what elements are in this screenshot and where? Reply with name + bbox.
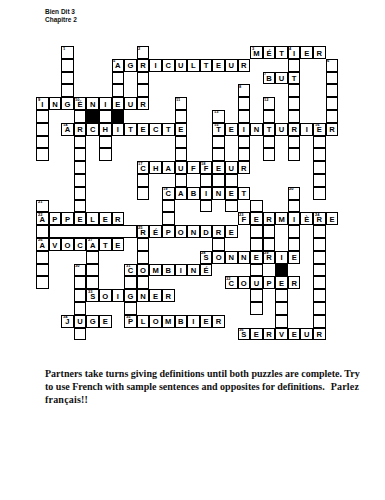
cell-letter: E [229, 126, 234, 134]
empty-cell[interactable] [288, 225, 301, 238]
letter-cell[interactable]: 31C [124, 264, 137, 277]
letter-cell[interactable]: 29R [263, 251, 276, 264]
empty-cell[interactable] [175, 174, 188, 187]
empty-cell[interactable] [212, 148, 225, 161]
cell-letter: N [191, 229, 196, 237]
cell-letter: R [77, 126, 82, 134]
empty-cell[interactable]: 11 [175, 97, 188, 110]
empty-cell[interactable] [61, 59, 74, 72]
empty-cell[interactable]: 6 [326, 59, 339, 72]
empty-cell[interactable]: 20 [288, 187, 301, 200]
empty-cell[interactable] [313, 187, 326, 200]
cell-letter: É [266, 50, 271, 58]
empty-cell[interactable] [288, 136, 301, 149]
letter-cell[interactable]: E [212, 161, 225, 174]
letter-cell[interactable]: L [137, 315, 150, 328]
cell-letter: R [266, 216, 271, 224]
empty-cell[interactable] [74, 200, 87, 213]
letter-cell[interactable]: N [187, 225, 200, 238]
empty-cell[interactable] [313, 315, 326, 328]
empty-cell[interactable] [74, 302, 87, 315]
letter-cell[interactable]: 28S [200, 251, 213, 264]
letter-cell[interactable]: E [326, 212, 339, 225]
letter-cell[interactable]: C [74, 238, 87, 251]
letter-cell[interactable]: I [187, 315, 200, 328]
empty-cell[interactable] [263, 148, 276, 161]
empty-cell[interactable] [137, 187, 150, 200]
empty-cell[interactable] [86, 264, 99, 277]
letter-cell[interactable]: 17C [137, 161, 150, 174]
cell-letter: A [165, 165, 170, 173]
letter-cell[interactable]: E [250, 328, 263, 341]
empty-cell[interactable] [36, 251, 49, 264]
letter-cell[interactable]: C [162, 59, 175, 72]
cell-letter: M [165, 318, 171, 326]
letter-cell[interactable]: É [263, 46, 276, 59]
empty-cell[interactable] [263, 136, 276, 149]
letter-cell[interactable]: R [263, 212, 276, 225]
empty-cell[interactable] [61, 72, 74, 85]
clue-number: 21 [38, 200, 42, 204]
empty-cell[interactable] [313, 289, 326, 302]
empty-cell[interactable] [74, 187, 87, 200]
letter-cell[interactable]: R [263, 328, 276, 341]
cell-letter: B [266, 75, 271, 83]
empty-cell[interactable] [175, 110, 188, 123]
empty-cell[interactable] [250, 225, 263, 238]
letter-cell[interactable]: O [137, 264, 150, 277]
empty-cell[interactable] [288, 238, 301, 251]
letter-cell[interactable]: 35P [124, 315, 137, 328]
letter-cell[interactable]: C [149, 123, 162, 136]
clue-number: 10 [75, 98, 79, 102]
letter-cell[interactable]: I [275, 251, 288, 264]
cell-letter: C [90, 126, 95, 134]
letter-cell[interactable]: V [49, 238, 62, 251]
letter-cell[interactable]: U [175, 161, 188, 174]
letter-cell[interactable]: E [175, 123, 188, 136]
letter-cell[interactable]: C [86, 123, 99, 136]
letter-cell[interactable]: R [313, 46, 326, 59]
letter-cell[interactable]: 26A [36, 238, 49, 251]
cell-letter: A [40, 216, 45, 224]
letter-cell[interactable]: N [187, 264, 200, 277]
letter-cell[interactable]: E [250, 212, 263, 225]
empty-cell[interactable] [212, 136, 225, 149]
empty-cell[interactable] [326, 72, 339, 85]
letter-cell[interactable]: R [74, 123, 87, 136]
letter-cell[interactable]: N [250, 123, 263, 136]
letter-cell[interactable]: E [300, 46, 313, 59]
empty-cell[interactable] [74, 328, 87, 341]
letter-cell[interactable]: E [288, 251, 301, 264]
letter-cell[interactable]: T [162, 123, 175, 136]
letter-cell[interactable]: N [137, 289, 150, 302]
empty-cell[interactable] [263, 225, 276, 238]
empty-cell[interactable] [263, 110, 276, 123]
letter-cell[interactable]: R [238, 161, 251, 174]
letter-cell[interactable]: G [124, 289, 137, 302]
letter-cell[interactable]: T [200, 59, 213, 72]
letter-cell[interactable]: É [149, 225, 162, 238]
letter-cell[interactable]: E [225, 225, 238, 238]
cell-letter: U [228, 165, 233, 173]
letter-cell[interactable]: 25R [137, 225, 150, 238]
letter-cell[interactable]: 32C [225, 276, 238, 289]
empty-cell[interactable] [275, 289, 288, 302]
letter-cell[interactable]: E [74, 212, 87, 225]
letter-cell[interactable]: E [288, 328, 301, 341]
letter-cell[interactable]: U [275, 72, 288, 85]
letter-cell[interactable]: N [238, 251, 251, 264]
empty-cell[interactable] [326, 110, 339, 123]
empty-cell[interactable] [313, 302, 326, 315]
empty-cell[interactable] [313, 148, 326, 161]
empty-cell[interactable] [175, 148, 188, 161]
letter-cell[interactable]: T [288, 72, 301, 85]
empty-cell[interactable] [275, 315, 288, 328]
letter-cell[interactable]: N [212, 187, 225, 200]
clue-number: 27 [88, 238, 92, 242]
letter-cell[interactable]: I [112, 123, 125, 136]
letter-cell[interactable]: N [86, 97, 99, 110]
cell-letter: O [140, 267, 146, 275]
letter-cell[interactable]: R [238, 59, 251, 72]
letter-cell[interactable]: R [137, 59, 150, 72]
letter-cell[interactable]: U [74, 315, 87, 328]
empty-cell[interactable] [212, 238, 225, 251]
empty-cell[interactable]: 8 [238, 84, 251, 97]
letter-cell[interactable]: R [288, 276, 301, 289]
letter-cell[interactable]: U [275, 123, 288, 136]
empty-cell[interactable] [313, 238, 326, 251]
cell-letter: E [103, 216, 108, 224]
empty-cell[interactable] [36, 225, 49, 238]
empty-cell[interactable] [288, 84, 301, 97]
letter-cell[interactable]: P [263, 276, 276, 289]
letter-cell[interactable]: P [61, 212, 74, 225]
letter-cell[interactable]: T [275, 46, 288, 59]
empty-cell[interactable] [326, 84, 339, 97]
letter-cell[interactable]: È [300, 212, 313, 225]
cell-letter: S [203, 254, 208, 262]
empty-cell[interactable] [288, 97, 301, 110]
letter-cell[interactable]: U [300, 328, 313, 341]
empty-cell[interactable] [250, 200, 263, 213]
empty-cell[interactable]: 1 [61, 46, 74, 59]
letter-cell[interactable]: 3M [250, 46, 263, 59]
letter-cell[interactable]: I [200, 187, 213, 200]
empty-cell[interactable]: 2 [137, 46, 150, 59]
letter-cell[interactable]: M [162, 315, 175, 328]
cell-letter: N [140, 293, 145, 301]
empty-cell[interactable] [36, 264, 49, 277]
letter-cell[interactable]: 34J [61, 315, 74, 328]
letter-cell[interactable]: L [187, 59, 200, 72]
empty-cell[interactable] [313, 251, 326, 264]
empty-cell[interactable] [313, 174, 326, 187]
empty-cell[interactable] [326, 97, 339, 110]
cell-letter: O [241, 280, 247, 288]
empty-cell[interactable] [36, 123, 49, 136]
cell-letter: E [292, 254, 297, 262]
letter-cell[interactable]: E [99, 212, 112, 225]
clue-number: 30 [75, 264, 79, 268]
empty-cell[interactable] [36, 136, 49, 149]
letter-cell[interactable]: U [175, 59, 188, 72]
letter-cell[interactable]: O [149, 315, 162, 328]
letter-cell[interactable]: R [326, 123, 339, 136]
cell-letter: E [329, 216, 334, 224]
letter-cell[interactable]: I [300, 123, 313, 136]
letter-cell[interactable]: T [238, 187, 251, 200]
cell-letter: E [103, 318, 108, 326]
empty-cell[interactable] [212, 174, 225, 187]
letter-cell[interactable]: 7B [263, 72, 276, 85]
empty-cell[interactable] [137, 251, 150, 264]
letter-cell[interactable]: 19C [162, 187, 175, 200]
letter-cell[interactable]: O [99, 289, 112, 302]
empty-cell[interactable] [225, 174, 238, 187]
cell-letter: C [165, 62, 170, 70]
crossword-grid[interactable]: 123MÉT4IER5AGRICULTEUR67BUT89ING10ÉNIEUR… [36, 46, 338, 340]
letter-cell[interactable]: R [212, 315, 225, 328]
clue-number: 18 [201, 162, 205, 166]
letter-cell[interactable]: B [162, 264, 175, 277]
empty-cell[interactable] [162, 200, 175, 213]
empty-cell[interactable] [124, 302, 137, 315]
letter-cell[interactable]: 23F [238, 212, 251, 225]
empty-cell[interactable] [288, 148, 301, 161]
empty-cell[interactable] [137, 276, 150, 289]
letter-cell[interactable]: O [238, 276, 251, 289]
empty-cell[interactable] [200, 200, 213, 213]
cell-letter: V [279, 331, 284, 339]
empty-cell[interactable]: 12 [263, 97, 276, 110]
empty-cell[interactable] [86, 251, 99, 264]
cell-letter: D [203, 229, 208, 237]
clue-number: 22 [38, 213, 42, 217]
clue-number: 11 [176, 98, 180, 102]
empty-cell[interactable] [275, 302, 288, 315]
empty-cell[interactable] [74, 161, 87, 174]
letter-cell[interactable]: 33S [86, 289, 99, 302]
letter-cell[interactable]: 4I [288, 46, 301, 59]
empty-cell[interactable] [200, 174, 213, 187]
empty-cell[interactable] [263, 238, 276, 251]
letter-cell[interactable]: 36S [238, 328, 251, 341]
empty-cell[interactable] [313, 161, 326, 174]
letter-cell[interactable]: R [313, 328, 326, 341]
empty-cell[interactable] [112, 84, 125, 97]
empty-cell[interactable] [238, 110, 251, 123]
empty-cell[interactable] [250, 289, 263, 302]
empty-cell[interactable] [99, 136, 112, 149]
letter-cell[interactable]: N [49, 97, 62, 110]
letter-cell[interactable]: R [212, 225, 225, 238]
empty-answer-box[interactable] [49, 225, 137, 238]
letter-cell[interactable]: E [212, 59, 225, 72]
empty-cell[interactable] [36, 148, 49, 161]
letter-cell[interactable]: I [175, 264, 188, 277]
empty-cell[interactable] [74, 174, 87, 187]
clue-number: 4 [289, 47, 291, 51]
empty-cell[interactable] [36, 276, 49, 289]
letter-cell[interactable]: H [99, 123, 112, 136]
empty-cell[interactable] [137, 72, 150, 85]
letter-cell[interactable]: E [225, 187, 238, 200]
letter-cell[interactable]: U [225, 161, 238, 174]
empty-cell[interactable] [99, 110, 112, 123]
clue-number: 15 [214, 123, 218, 127]
empty-cell[interactable] [250, 264, 263, 277]
empty-cell[interactable] [36, 110, 49, 123]
letter-cell[interactable]: I [238, 123, 251, 136]
cell-letter: R [140, 62, 145, 70]
empty-cell[interactable] [99, 148, 112, 161]
letter-cell[interactable]: R [162, 289, 175, 302]
letter-cell[interactable]: T [124, 123, 137, 136]
letter-cell[interactable]: O [61, 238, 74, 251]
letter-cell[interactable]: E [112, 97, 125, 110]
letter-cell[interactable]: B [187, 187, 200, 200]
letter-cell[interactable]: É [200, 264, 213, 277]
letter-cell[interactable]: E [200, 315, 213, 328]
empty-cell[interactable] [137, 174, 150, 187]
letter-cell[interactable]: U [124, 97, 137, 110]
letter-cell[interactable]: B [175, 315, 188, 328]
empty-cell[interactable] [288, 110, 301, 123]
letter-cell[interactable]: O [175, 225, 188, 238]
letter-cell[interactable]: 9I [36, 97, 49, 110]
letter-cell[interactable]: P [162, 225, 175, 238]
letter-cell[interactable]: I [99, 97, 112, 110]
clue-number: 20 [289, 187, 293, 191]
letter-cell[interactable]: I [112, 289, 125, 302]
letter-cell[interactable]: E [112, 238, 125, 251]
letter-cell[interactable]: G [124, 59, 137, 72]
letter-cell[interactable]: F [187, 161, 200, 174]
letter-cell[interactable]: E [99, 315, 112, 328]
letter-cell[interactable]: R [112, 212, 125, 225]
letter-cell[interactable]: 16E [313, 123, 326, 136]
letter-cell[interactable]: U [250, 276, 263, 289]
letter-cell[interactable]: 14A [61, 123, 74, 136]
letter-cell[interactable]: R [288, 123, 301, 136]
letter-cell[interactable]: E [250, 251, 263, 264]
empty-cell[interactable] [74, 110, 87, 123]
letter-cell[interactable]: 10É [74, 97, 87, 110]
cell-letter: E [254, 216, 259, 224]
empty-cell[interactable] [250, 238, 263, 251]
empty-cell[interactable] [112, 72, 125, 85]
cell-letter: O [216, 254, 222, 262]
letter-cell[interactable]: A [175, 187, 188, 200]
letter-cell[interactable]: A [162, 161, 175, 174]
letter-cell[interactable]: T [263, 123, 276, 136]
letter-cell[interactable]: P [49, 212, 62, 225]
cell-letter: I [293, 216, 295, 224]
empty-cell[interactable] [74, 276, 87, 289]
letter-cell[interactable]: I [288, 212, 301, 225]
empty-cell[interactable] [137, 238, 150, 251]
letter-cell[interactable]: I [149, 59, 162, 72]
letter-cell[interactable]: V [275, 328, 288, 341]
cell-letter: R [115, 216, 120, 224]
letter-cell[interactable]: O [212, 251, 225, 264]
empty-cell[interactable] [124, 276, 137, 289]
empty-cell[interactable]: 21 [36, 200, 49, 213]
empty-cell[interactable] [162, 212, 175, 225]
empty-cell[interactable] [225, 200, 238, 213]
letter-cell[interactable]: 18F [200, 161, 213, 174]
letter-cell[interactable]: R [137, 97, 150, 110]
empty-cell[interactable] [238, 148, 251, 161]
cell-letter: I [104, 101, 106, 109]
empty-cell[interactable] [250, 302, 263, 315]
empty-cell[interactable] [238, 97, 251, 110]
letter-cell[interactable]: L [86, 212, 99, 225]
empty-cell[interactable] [74, 148, 87, 161]
letter-cell[interactable]: N [225, 251, 238, 264]
letter-cell[interactable]: G [61, 97, 74, 110]
cell-letter: E [153, 293, 158, 301]
cell-letter: C [153, 126, 158, 134]
empty-cell[interactable] [313, 225, 326, 238]
letter-cell[interactable]: 27A [86, 238, 99, 251]
empty-cell[interactable] [175, 136, 188, 149]
cell-letter: V [52, 242, 57, 250]
letter-cell[interactable]: T [99, 238, 112, 251]
cell-letter: U [228, 62, 233, 70]
letter-cell[interactable]: E [275, 276, 288, 289]
cell-letter: E [317, 126, 322, 134]
empty-cell[interactable] [86, 276, 99, 289]
empty-cell[interactable] [288, 200, 301, 213]
letter-cell[interactable]: G [86, 315, 99, 328]
empty-cell[interactable] [313, 264, 326, 277]
empty-cell[interactable] [288, 59, 301, 72]
letter-cell[interactable]: 15T [212, 123, 225, 136]
clue-number: 33 [88, 290, 92, 294]
empty-cell[interactable]: 13 [212, 110, 225, 123]
letter-cell[interactable]: E [149, 289, 162, 302]
letter-cell[interactable]: M [149, 264, 162, 277]
empty-cell[interactable] [313, 276, 326, 289]
worksheet-header: Bien Dit 3 Chapitre 2 [45, 8, 77, 24]
letter-cell[interactable]: 5A [112, 59, 125, 72]
empty-cell[interactable] [137, 84, 150, 97]
letter-cell[interactable]: H [149, 161, 162, 174]
clue-number: 19 [163, 187, 167, 191]
letter-cell[interactable]: M [275, 212, 288, 225]
letter-cell[interactable]: U [225, 59, 238, 72]
cell-letter: P [166, 229, 171, 237]
empty-cell[interactable]: 30 [74, 264, 87, 277]
letter-cell[interactable]: D [200, 225, 213, 238]
empty-cell[interactable] [74, 136, 87, 149]
empty-cell[interactable] [61, 84, 74, 97]
clue-number: 35 [126, 315, 130, 319]
cell-letter: U [279, 75, 284, 83]
empty-cell[interactable] [313, 136, 326, 149]
letter-cell[interactable]: 22A [36, 212, 49, 225]
empty-cell[interactable] [238, 136, 251, 149]
empty-cell[interactable] [74, 289, 87, 302]
letter-cell[interactable]: 24R [313, 212, 326, 225]
letter-cell[interactable]: E [137, 123, 150, 136]
letter-cell[interactable]: E [225, 123, 238, 136]
